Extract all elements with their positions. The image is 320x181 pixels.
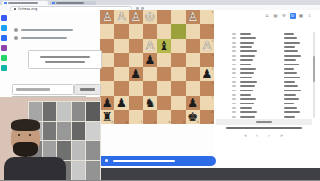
square-h4[interactable]	[100, 53, 114, 67]
share-icon-4[interactable]	[1, 55, 7, 61]
white-move-illegible[interactable]	[240, 85, 255, 87]
nav-prev-button[interactable]: ‹	[256, 132, 258, 138]
piece-bP[interactable]: ♟	[186, 96, 200, 110]
piece-wP[interactable]: ♙	[143, 39, 157, 53]
piece-bP[interactable]: ♟	[100, 96, 114, 110]
white-move-illegible[interactable]	[240, 33, 251, 35]
black-move-illegible[interactable]	[284, 116, 295, 118]
square-e5[interactable]	[143, 67, 157, 81]
search-button[interactable]	[74, 84, 101, 95]
move-number-illegible	[232, 111, 236, 113]
move-number-illegible	[232, 81, 236, 83]
square-g2[interactable]	[114, 24, 128, 38]
square-a7[interactable]: 7	[200, 96, 214, 110]
info-box	[28, 50, 102, 69]
square-c5[interactable]	[171, 67, 185, 81]
button-label-illegible	[113, 160, 175, 162]
portrait-photo	[85, 140, 101, 162]
black-move-illegible[interactable]	[284, 94, 296, 96]
move-number-illegible	[232, 46, 236, 48]
panel-toolbar-icon-3[interactable]: ↻	[290, 13, 296, 19]
square-b3[interactable]	[186, 39, 200, 53]
square-d1[interactable]	[157, 10, 171, 24]
move-number-illegible	[232, 55, 236, 57]
square-e2[interactable]	[143, 24, 157, 38]
square-a6[interactable]: 6	[200, 81, 214, 95]
square-e3[interactable]: ♙	[143, 39, 157, 53]
square-d6[interactable]	[157, 81, 171, 95]
piece-bN[interactable]: ♞	[143, 96, 157, 110]
square-e7[interactable]: ♞	[143, 96, 157, 110]
nav-next-button[interactable]: ›	[268, 132, 270, 138]
square-h6[interactable]	[100, 81, 114, 95]
square-h2[interactable]	[100, 24, 114, 38]
info-box-line2-illegible	[45, 61, 85, 63]
piece-bP[interactable]: ♟	[114, 96, 128, 110]
share-icon-0[interactable]	[1, 15, 7, 21]
search-input[interactable]	[12, 84, 74, 95]
panel-toolbar-icon-5[interactable]: ⇩	[307, 13, 313, 19]
square-c3[interactable]	[171, 39, 185, 53]
black-move-illegible[interactable]	[284, 85, 298, 87]
white-move-illegible[interactable]	[240, 64, 251, 66]
square-b8[interactable]: b♚	[186, 110, 200, 124]
move-number-illegible	[232, 85, 236, 87]
result-band	[216, 119, 312, 125]
piece-wP[interactable]: ♙	[186, 10, 200, 24]
square-h1[interactable]: ♙	[100, 10, 114, 24]
analysis-panel: ≡▤⚙↻▦⇩ «‹›»	[214, 10, 320, 160]
square-h7[interactable]: ♟	[100, 96, 114, 110]
black-move-illegible[interactable]	[284, 37, 297, 39]
white-move-illegible[interactable]	[240, 90, 253, 92]
square-a8[interactable]: a8	[200, 110, 214, 124]
portrait-photo	[85, 121, 101, 143]
move-number-illegible	[232, 42, 236, 44]
tab1-title-illegible	[8, 2, 38, 4]
move-number-illegible	[232, 72, 236, 74]
square-c8[interactable]: c	[171, 110, 185, 124]
channel-row2-text-illegible	[21, 37, 67, 39]
square-c2[interactable]	[171, 24, 185, 38]
square-d5[interactable]	[157, 67, 171, 81]
black-move-illegible[interactable]	[284, 90, 301, 92]
square-h3[interactable]	[100, 39, 114, 53]
white-move-illegible[interactable]	[240, 46, 252, 48]
nav-first-button[interactable]: «	[244, 132, 247, 138]
square-e6[interactable]	[143, 81, 157, 95]
square-d2[interactable]	[157, 24, 171, 38]
tab2-title-illegible	[56, 2, 84, 4]
panel-toolbar-icon-1[interactable]: ▤	[273, 13, 279, 19]
streamer-hair	[11, 119, 40, 131]
piece-bP[interactable]: ♟	[200, 67, 214, 81]
black-move-illegible[interactable]	[284, 81, 295, 83]
piece-wP[interactable]: ♙	[114, 10, 128, 24]
game-caption-illegible	[226, 127, 302, 129]
square-b6[interactable]	[186, 81, 200, 95]
square-c4[interactable]	[171, 53, 185, 67]
file-label: c	[183, 120, 185, 124]
square-d4[interactable]	[157, 53, 171, 67]
square-d8[interactable]: d	[157, 110, 171, 124]
move-number-illegible	[232, 59, 236, 61]
white-move-illegible[interactable]	[240, 68, 256, 70]
white-move-illegible[interactable]	[240, 42, 254, 44]
move-number-illegible	[232, 98, 236, 100]
white-move-illegible[interactable]	[240, 98, 256, 100]
file-label: a	[211, 120, 213, 124]
white-move-illegible[interactable]	[240, 94, 251, 96]
search-button-label-illegible	[80, 88, 95, 90]
tab1-favicon-icon	[4, 2, 7, 5]
streamer-eye	[18, 134, 20, 136]
channel-avatar-icon	[14, 28, 18, 32]
move-number-illegible	[232, 33, 236, 35]
square-f3[interactable]	[129, 39, 143, 53]
square-c7[interactable]	[171, 96, 185, 110]
move-number-illegible	[232, 68, 236, 70]
move-number-illegible	[232, 64, 236, 66]
square-c1[interactable]	[171, 10, 185, 24]
square-d3[interactable]: ♝	[157, 39, 171, 53]
white-move-illegible[interactable]	[240, 50, 257, 52]
square-f8[interactable]: f	[129, 110, 143, 124]
square-e4[interactable]: ♟	[143, 53, 157, 67]
piece-bB[interactable]: ♝	[157, 39, 171, 53]
white-move-illegible[interactable]	[240, 72, 254, 74]
subscribe-overlay-button[interactable]	[97, 156, 216, 166]
piece-bR[interactable]: ♜	[100, 110, 114, 124]
black-move-illegible[interactable]	[284, 72, 297, 74]
square-f7[interactable]	[129, 96, 143, 110]
square-f6[interactable]	[129, 81, 143, 95]
square-f4[interactable]	[129, 53, 143, 67]
white-move-illegible[interactable]	[240, 37, 256, 39]
move-number-illegible	[232, 103, 236, 105]
black-move-illegible[interactable]	[284, 98, 299, 100]
piece-wP[interactable]: ♙	[100, 10, 114, 24]
piece-bP[interactable]: ♟	[143, 53, 157, 67]
portrait-photo	[85, 101, 101, 123]
white-move-illegible[interactable]	[240, 116, 255, 118]
square-a4[interactable]: 4	[200, 53, 214, 67]
scrollbar-thumb[interactable]	[313, 56, 315, 82]
channel-avatar-icon	[14, 36, 18, 40]
move-number-illegible	[232, 90, 236, 92]
black-move-illegible[interactable]	[284, 59, 296, 61]
streamer-torso	[4, 157, 66, 180]
white-move-illegible[interactable]	[240, 55, 255, 57]
piece-bK[interactable]: ♚	[186, 110, 200, 124]
white-move-illegible[interactable]	[240, 59, 253, 61]
button-icon	[105, 159, 108, 162]
move-number-illegible	[232, 116, 236, 118]
file-label: e	[154, 120, 156, 124]
square-f2[interactable]	[129, 24, 143, 38]
white-move-illegible[interactable]	[240, 111, 257, 113]
tab2-favicon-icon	[52, 2, 55, 5]
panel-toolbar-icon-2[interactable]: ⚙	[281, 13, 287, 19]
square-b5[interactable]	[186, 67, 200, 81]
move-number-illegible	[232, 107, 236, 109]
streamer-beard	[13, 142, 38, 157]
white-move-illegible[interactable]	[240, 77, 252, 79]
file-label: g	[126, 120, 128, 124]
panel-toolbar-icon-4[interactable]: ▦	[298, 13, 304, 19]
square-b4[interactable]	[186, 53, 200, 67]
square-a3[interactable]: 3♙	[200, 39, 214, 53]
black-move-illegible[interactable]	[284, 107, 297, 109]
piece-bP[interactable]: ♟	[129, 67, 143, 81]
info-box-line1-illegible	[40, 56, 90, 58]
black-move-illegible[interactable]	[284, 77, 300, 79]
square-g6[interactable]	[114, 81, 128, 95]
square-a5[interactable]: 5♟	[200, 67, 214, 81]
move-number-illegible	[232, 50, 236, 52]
padlock-icon	[14, 8, 16, 10]
black-move-illegible[interactable]	[284, 55, 301, 57]
streamer-eye	[29, 134, 31, 136]
piece-wP[interactable]: ♙	[129, 10, 143, 24]
white-move-illegible[interactable]	[240, 103, 254, 105]
panel-toolbar-icon-0[interactable]: ≡	[264, 13, 270, 19]
chess-board: ♙♙♙♔♙12♙♝3♙♟4♟5♟6♟♟♞♟7h♜gfedcb♚a8	[100, 10, 214, 124]
move-list-scrollbar[interactable]	[313, 32, 315, 118]
white-move-illegible[interactable]	[240, 81, 257, 83]
black-move-illegible[interactable]	[284, 68, 294, 70]
search-placeholder-illegible	[16, 88, 50, 90]
portrait-photo	[85, 160, 101, 181]
share-icon-1[interactable]	[1, 25, 7, 31]
channel-row1-text-illegible	[21, 29, 73, 31]
piece-wP[interactable]: ♙	[200, 39, 214, 53]
square-f5[interactable]: ♟	[129, 67, 143, 81]
square-b2[interactable]	[186, 24, 200, 38]
black-move-illegible[interactable]	[284, 64, 299, 66]
square-g1[interactable]: ♙	[114, 10, 128, 24]
white-move-illegible[interactable]	[240, 107, 252, 109]
piece-wK[interactable]: ♔	[143, 10, 157, 24]
move-number-illegible	[232, 77, 236, 79]
square-h5[interactable]	[100, 67, 114, 81]
result-text-illegible	[256, 121, 272, 123]
square-b1[interactable]: ♙	[186, 10, 200, 24]
share-icon-5[interactable]	[1, 65, 7, 71]
black-move-illegible[interactable]	[284, 111, 300, 113]
square-g5[interactable]	[114, 67, 128, 81]
square-b7[interactable]: ♟	[186, 96, 200, 110]
black-move-illegible[interactable]	[284, 50, 298, 52]
share-icon-3[interactable]	[1, 45, 7, 51]
move-number-illegible	[232, 94, 236, 96]
webcam-view	[0, 97, 101, 180]
square-g4[interactable]	[114, 53, 128, 67]
nav-last-button[interactable]: »	[280, 132, 283, 138]
square-c6[interactable]	[171, 81, 185, 95]
square-g3[interactable]	[114, 39, 128, 53]
share-icon-2[interactable]	[1, 35, 7, 41]
square-a1[interactable]: 1	[200, 10, 214, 24]
black-move-illegible[interactable]	[284, 42, 300, 44]
square-f1[interactable]: ♙	[129, 10, 143, 24]
black-move-illegible[interactable]	[284, 103, 294, 105]
square-d7[interactable]	[157, 96, 171, 110]
square-g7[interactable]: ♟	[114, 96, 128, 110]
move-number-illegible	[232, 37, 236, 39]
square-e1[interactable]: ♔	[143, 10, 157, 24]
stream-frame: lichess.org ♙♙♙♔♙12♙♝3♙♟4♟5♟6♟♟♞♟7h♜gfed…	[0, 0, 320, 180]
square-g8[interactable]: g	[114, 110, 128, 124]
square-e8[interactable]: e	[143, 110, 157, 124]
file-label: d	[168, 120, 170, 124]
square-h8[interactable]: h♜	[100, 110, 114, 124]
black-move-illegible[interactable]	[284, 33, 294, 35]
square-a2[interactable]: 2	[200, 24, 214, 38]
black-move-illegible[interactable]	[284, 46, 295, 48]
